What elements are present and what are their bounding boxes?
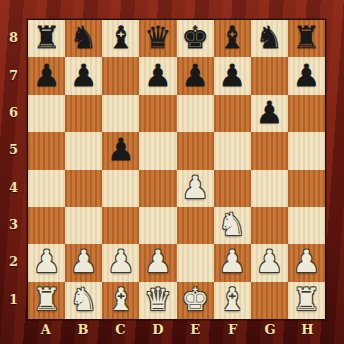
square-f2[interactable]: ♟ <box>214 244 251 281</box>
square-b5[interactable] <box>65 132 102 169</box>
file-label-e: E <box>177 319 214 340</box>
square-e7[interactable]: ♟ <box>177 57 214 94</box>
piece-black-rook[interactable]: ♜ <box>293 22 321 53</box>
square-d4[interactable] <box>139 170 176 207</box>
square-b4[interactable] <box>65 170 102 207</box>
square-g6[interactable]: ♟ <box>251 95 288 132</box>
square-a2[interactable]: ♟ <box>28 244 65 281</box>
rank-label-2: 2 <box>0 243 27 280</box>
piece-black-pawn[interactable]: ♟ <box>144 60 172 91</box>
square-h3[interactable] <box>288 207 325 244</box>
piece-white-pawn[interactable]: ♟ <box>181 172 209 203</box>
rank-label-4: 4 <box>0 169 27 206</box>
square-a4[interactable] <box>28 170 65 207</box>
square-a7[interactable]: ♟ <box>28 57 65 94</box>
square-e4[interactable]: ♟ <box>177 170 214 207</box>
piece-black-pawn[interactable]: ♟ <box>293 60 321 91</box>
square-d2[interactable]: ♟ <box>139 244 176 281</box>
piece-white-bishop[interactable]: ♝ <box>218 284 246 315</box>
square-c1[interactable]: ♝ <box>102 282 139 319</box>
square-c2[interactable]: ♟ <box>102 244 139 281</box>
square-d7[interactable]: ♟ <box>139 57 176 94</box>
square-a5[interactable] <box>28 132 65 169</box>
piece-white-rook[interactable]: ♜ <box>33 284 61 315</box>
square-c5[interactable]: ♟ <box>102 132 139 169</box>
square-b1[interactable]: ♞ <box>65 282 102 319</box>
piece-white-pawn[interactable]: ♟ <box>70 246 98 277</box>
square-c7[interactable] <box>102 57 139 94</box>
square-d8[interactable]: ♛ <box>139 20 176 57</box>
chess-board[interactable]: ♜♞♝♛♚♝♞♜♟♟♟♟♟♟♟♟♟♞♟♟♟♟♟♟♟♜♞♝♛♚♝♜ <box>27 19 326 320</box>
square-f6[interactable] <box>214 95 251 132</box>
file-label-h: H <box>289 319 326 340</box>
piece-white-knight[interactable]: ♞ <box>70 284 98 315</box>
square-e5[interactable] <box>177 132 214 169</box>
square-f1[interactable]: ♝ <box>214 282 251 319</box>
piece-black-pawn[interactable]: ♟ <box>70 60 98 91</box>
square-b3[interactable] <box>65 207 102 244</box>
square-e2[interactable] <box>177 244 214 281</box>
square-b2[interactable]: ♟ <box>65 244 102 281</box>
square-f3[interactable]: ♞ <box>214 207 251 244</box>
piece-black-pawn[interactable]: ♟ <box>181 60 209 91</box>
piece-black-rook[interactable]: ♜ <box>33 22 61 53</box>
square-h2[interactable]: ♟ <box>288 244 325 281</box>
square-f7[interactable]: ♟ <box>214 57 251 94</box>
rank-label-8: 8 <box>0 19 27 56</box>
piece-white-pawn[interactable]: ♟ <box>218 246 246 277</box>
square-h1[interactable]: ♜ <box>288 282 325 319</box>
square-a6[interactable] <box>28 95 65 132</box>
square-b8[interactable]: ♞ <box>65 20 102 57</box>
piece-white-king[interactable]: ♚ <box>181 284 209 315</box>
rank-label-3: 3 <box>0 206 27 243</box>
piece-black-king[interactable]: ♚ <box>181 22 209 53</box>
file-label-b: B <box>64 319 101 340</box>
square-g8[interactable]: ♞ <box>251 20 288 57</box>
square-h5[interactable] <box>288 132 325 169</box>
rank-labels: 87654321 <box>0 19 27 318</box>
piece-black-pawn[interactable]: ♟ <box>107 134 135 165</box>
square-a3[interactable] <box>28 207 65 244</box>
file-label-g: G <box>251 319 288 340</box>
square-c8[interactable]: ♝ <box>102 20 139 57</box>
square-a8[interactable]: ♜ <box>28 20 65 57</box>
file-label-c: C <box>102 319 139 340</box>
square-e6[interactable] <box>177 95 214 132</box>
piece-black-bishop[interactable]: ♝ <box>218 22 246 53</box>
square-c6[interactable] <box>102 95 139 132</box>
piece-black-pawn[interactable]: ♟ <box>255 97 283 128</box>
rank-label-1: 1 <box>0 281 27 318</box>
square-e8[interactable]: ♚ <box>177 20 214 57</box>
square-f8[interactable]: ♝ <box>214 20 251 57</box>
piece-white-knight[interactable]: ♞ <box>218 209 246 240</box>
piece-black-knight[interactable]: ♞ <box>255 22 283 53</box>
square-g3[interactable] <box>251 207 288 244</box>
square-b6[interactable] <box>65 95 102 132</box>
square-d5[interactable] <box>139 132 176 169</box>
square-g2[interactable]: ♟ <box>251 244 288 281</box>
rank-label-5: 5 <box>0 131 27 168</box>
file-labels: ABCDEFGH <box>27 319 326 340</box>
square-c4[interactable] <box>102 170 139 207</box>
square-e1[interactable]: ♚ <box>177 282 214 319</box>
square-a1[interactable]: ♜ <box>28 282 65 319</box>
rank-label-6: 6 <box>0 94 27 131</box>
square-d6[interactable] <box>139 95 176 132</box>
square-g4[interactable] <box>251 170 288 207</box>
square-g5[interactable] <box>251 132 288 169</box>
piece-white-rook[interactable]: ♜ <box>293 284 321 315</box>
piece-black-queen[interactable]: ♛ <box>144 22 172 53</box>
square-h4[interactable] <box>288 170 325 207</box>
square-d1[interactable]: ♛ <box>139 282 176 319</box>
rank-label-7: 7 <box>0 56 27 93</box>
chess-board-scene: 87654321 ♜♞♝♛♚♝♞♜♟♟♟♟♟♟♟♟♟♞♟♟♟♟♟♟♟♜♞♝♛♚♝… <box>0 0 344 344</box>
square-f4[interactable] <box>214 170 251 207</box>
square-h8[interactable]: ♜ <box>288 20 325 57</box>
square-g7[interactable] <box>251 57 288 94</box>
piece-white-pawn[interactable]: ♟ <box>255 246 283 277</box>
square-f5[interactable] <box>214 132 251 169</box>
piece-white-pawn[interactable]: ♟ <box>107 246 135 277</box>
piece-white-pawn[interactable]: ♟ <box>33 246 61 277</box>
piece-white-queen[interactable]: ♛ <box>144 284 172 315</box>
square-h7[interactable]: ♟ <box>288 57 325 94</box>
piece-black-bishop[interactable]: ♝ <box>107 22 135 53</box>
square-b7[interactable]: ♟ <box>65 57 102 94</box>
file-label-a: A <box>27 319 64 340</box>
piece-white-bishop[interactable]: ♝ <box>107 284 135 315</box>
file-label-f: F <box>214 319 251 340</box>
piece-black-pawn[interactable]: ♟ <box>218 60 246 91</box>
piece-black-pawn[interactable]: ♟ <box>33 60 61 91</box>
piece-black-knight[interactable]: ♞ <box>70 22 98 53</box>
piece-white-pawn[interactable]: ♟ <box>144 246 172 277</box>
piece-white-pawn[interactable]: ♟ <box>293 246 321 277</box>
square-c3[interactable] <box>102 207 139 244</box>
square-g1[interactable] <box>251 282 288 319</box>
square-e3[interactable] <box>177 207 214 244</box>
file-label-d: D <box>139 319 176 340</box>
square-d3[interactable] <box>139 207 176 244</box>
square-h6[interactable] <box>288 95 325 132</box>
